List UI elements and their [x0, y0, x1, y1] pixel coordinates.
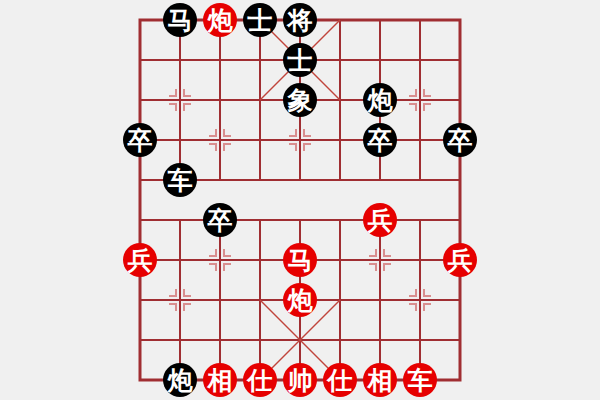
- point-f7[interactable]: [320, 240, 360, 280]
- point-f3[interactable]: [320, 80, 360, 120]
- point-d6[interactable]: [240, 200, 280, 240]
- piece-red-soldier[interactable]: 兵: [363, 203, 397, 237]
- piece-black-chariot[interactable]: 车: [163, 163, 197, 197]
- point-f6[interactable]: [320, 200, 360, 240]
- point-h8[interactable]: [400, 280, 440, 320]
- point-c10[interactable]: 相: [200, 360, 240, 400]
- point-b6[interactable]: [160, 200, 200, 240]
- point-f9[interactable]: [320, 320, 360, 360]
- point-a2[interactable]: [120, 40, 160, 80]
- point-c1[interactable]: 炮: [200, 0, 240, 40]
- piece-red-cannon[interactable]: 炮: [203, 3, 237, 37]
- point-e2[interactable]: 士: [280, 40, 320, 80]
- point-b5[interactable]: 车: [160, 160, 200, 200]
- point-c6[interactable]: 卒: [200, 200, 240, 240]
- point-g10[interactable]: 相: [360, 360, 400, 400]
- piece-black-elephant[interactable]: 象: [283, 83, 317, 117]
- piece-red-advisor[interactable]: 仕: [323, 363, 357, 397]
- point-g7[interactable]: [360, 240, 400, 280]
- point-i1[interactable]: [440, 0, 480, 40]
- point-h4[interactable]: [400, 120, 440, 160]
- point-e4[interactable]: [280, 120, 320, 160]
- point-a7[interactable]: 兵: [120, 240, 160, 280]
- point-d8[interactable]: [240, 280, 280, 320]
- point-d1[interactable]: 士: [240, 0, 280, 40]
- point-b4[interactable]: [160, 120, 200, 160]
- point-a10[interactable]: [120, 360, 160, 400]
- point-d2[interactable]: [240, 40, 280, 80]
- point-h5[interactable]: [400, 160, 440, 200]
- piece-black-advisor[interactable]: 士: [283, 43, 317, 77]
- piece-red-elephant[interactable]: 相: [203, 363, 237, 397]
- piece-red-chariot[interactable]: 车: [403, 363, 437, 397]
- point-c8[interactable]: [200, 280, 240, 320]
- point-c5[interactable]: [200, 160, 240, 200]
- point-h1[interactable]: [400, 0, 440, 40]
- point-e7[interactable]: 马: [280, 240, 320, 280]
- point-c4[interactable]: [200, 120, 240, 160]
- point-i7[interactable]: 兵: [440, 240, 480, 280]
- point-h2[interactable]: [400, 40, 440, 80]
- point-c3[interactable]: [200, 80, 240, 120]
- point-d7[interactable]: [240, 240, 280, 280]
- point-e9[interactable]: [280, 320, 320, 360]
- piece-black-cannon[interactable]: 炮: [163, 363, 197, 397]
- point-i8[interactable]: [440, 280, 480, 320]
- point-e1[interactable]: 将: [280, 0, 320, 40]
- point-d9[interactable]: [240, 320, 280, 360]
- piece-black-cannon[interactable]: 炮: [363, 83, 397, 117]
- piece-red-general[interactable]: 帅: [283, 363, 317, 397]
- point-c7[interactable]: [200, 240, 240, 280]
- point-a4[interactable]: 卒: [120, 120, 160, 160]
- point-b10[interactable]: 炮: [160, 360, 200, 400]
- point-a9[interactable]: [120, 320, 160, 360]
- point-i3[interactable]: [440, 80, 480, 120]
- point-g2[interactable]: [360, 40, 400, 80]
- point-h7[interactable]: [400, 240, 440, 280]
- point-c2[interactable]: [200, 40, 240, 80]
- point-g4[interactable]: 卒: [360, 120, 400, 160]
- point-b2[interactable]: [160, 40, 200, 80]
- piece-black-soldier[interactable]: 卒: [123, 123, 157, 157]
- point-i6[interactable]: [440, 200, 480, 240]
- point-g3[interactable]: 炮: [360, 80, 400, 120]
- point-a8[interactable]: [120, 280, 160, 320]
- point-c9[interactable]: [200, 320, 240, 360]
- point-g6[interactable]: 兵: [360, 200, 400, 240]
- point-e3[interactable]: 象: [280, 80, 320, 120]
- point-d10[interactable]: 仕: [240, 360, 280, 400]
- point-h3[interactable]: [400, 80, 440, 120]
- piece-black-advisor[interactable]: 士: [243, 3, 277, 37]
- point-g8[interactable]: [360, 280, 400, 320]
- point-a5[interactable]: [120, 160, 160, 200]
- piece-red-advisor[interactable]: 仕: [243, 363, 277, 397]
- piece-red-soldier[interactable]: 兵: [123, 243, 157, 277]
- point-e10[interactable]: 帅: [280, 360, 320, 400]
- point-i5[interactable]: [440, 160, 480, 200]
- xiangqi-board: 马炮士将士象炮卒卒卒车卒兵兵马兵炮炮相仕帅仕相车: [120, 0, 480, 400]
- point-a6[interactable]: [120, 200, 160, 240]
- point-i10[interactable]: [440, 360, 480, 400]
- point-h6[interactable]: [400, 200, 440, 240]
- point-b9[interactable]: [160, 320, 200, 360]
- piece-black-soldier[interactable]: 卒: [443, 123, 477, 157]
- point-f1[interactable]: [320, 0, 360, 40]
- point-h9[interactable]: [400, 320, 440, 360]
- point-i2[interactable]: [440, 40, 480, 80]
- point-d4[interactable]: [240, 120, 280, 160]
- point-d3[interactable]: [240, 80, 280, 120]
- piece-red-cannon[interactable]: 炮: [283, 283, 317, 317]
- point-g1[interactable]: [360, 0, 400, 40]
- point-d5[interactable]: [240, 160, 280, 200]
- piece-black-horse[interactable]: 马: [163, 3, 197, 37]
- point-f10[interactable]: 仕: [320, 360, 360, 400]
- point-a3[interactable]: [120, 80, 160, 120]
- piece-red-horse[interactable]: 马: [283, 243, 317, 277]
- piece-red-elephant[interactable]: 相: [363, 363, 397, 397]
- point-f5[interactable]: [320, 160, 360, 200]
- point-g9[interactable]: [360, 320, 400, 360]
- point-g5[interactable]: [360, 160, 400, 200]
- point-e6[interactable]: [280, 200, 320, 240]
- point-f2[interactable]: [320, 40, 360, 80]
- piece-red-soldier[interactable]: 兵: [443, 243, 477, 277]
- piece-black-general[interactable]: 将: [283, 3, 317, 37]
- point-b8[interactable]: [160, 280, 200, 320]
- point-e8[interactable]: 炮: [280, 280, 320, 320]
- point-i4[interactable]: 卒: [440, 120, 480, 160]
- xiangqi-board-stage: 马炮士将士象炮卒卒卒车卒兵兵马兵炮炮相仕帅仕相车: [0, 0, 600, 400]
- piece-black-soldier[interactable]: 卒: [203, 203, 237, 237]
- point-e5[interactable]: [280, 160, 320, 200]
- point-b3[interactable]: [160, 80, 200, 120]
- point-b7[interactable]: [160, 240, 200, 280]
- point-h10[interactable]: 车: [400, 360, 440, 400]
- point-i9[interactable]: [440, 320, 480, 360]
- piece-black-soldier[interactable]: 卒: [363, 123, 397, 157]
- point-f8[interactable]: [320, 280, 360, 320]
- point-f4[interactable]: [320, 120, 360, 160]
- point-a1[interactable]: [120, 0, 160, 40]
- point-b1[interactable]: 马: [160, 0, 200, 40]
